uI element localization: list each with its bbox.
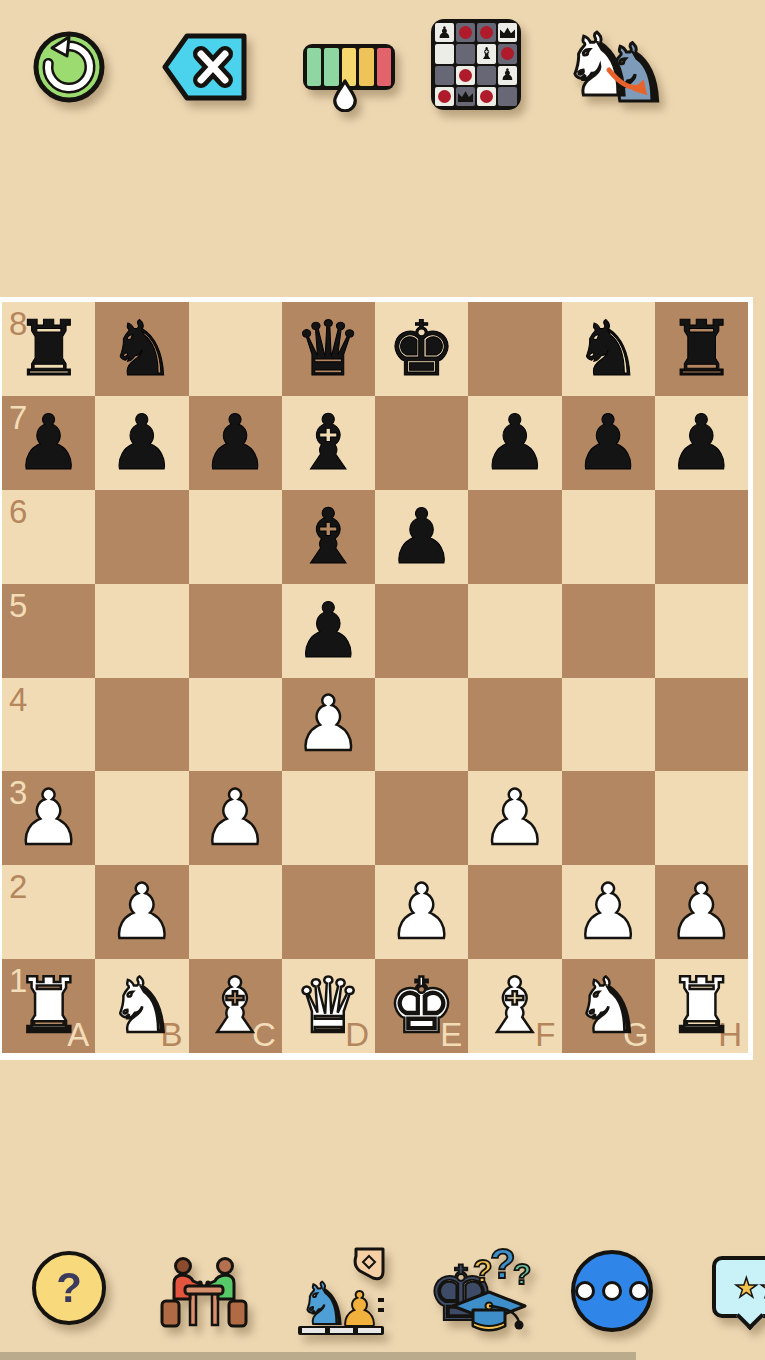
- puzzle-cell-2-3: ♟: [498, 66, 517, 85]
- dot-icon: [629, 1281, 649, 1301]
- question-mark-glyph: ?: [56, 1264, 82, 1312]
- square-b2[interactable]: ♟: [95, 865, 188, 959]
- learn-button[interactable]: ♚ ? ? ?: [427, 1240, 531, 1346]
- red-dot-icon: [480, 26, 493, 39]
- puzzle-cell-2-1: [456, 66, 475, 85]
- piece-black-bishop-d7[interactable]: ♝: [294, 405, 362, 481]
- restart-icon: [33, 31, 105, 103]
- two-player-button[interactable]: [157, 1253, 251, 1333]
- square-h2[interactable]: ♟: [655, 865, 748, 959]
- board-editor-button[interactable]: ♞ ♟: [296, 1246, 386, 1342]
- piece-white-pawn-g2[interactable]: ♟: [574, 874, 642, 950]
- piece-black-pawn-d5[interactable]: ♟: [294, 593, 362, 669]
- red-dot-icon: [438, 90, 451, 103]
- piece-white-pawn-c3[interactable]: ♟: [201, 780, 269, 856]
- piece-black-pawn-h7[interactable]: ♟: [667, 405, 735, 481]
- crown-icon: [458, 91, 473, 102]
- square-b7[interactable]: ♟: [95, 396, 188, 490]
- bishop-glyph-icon: ♝: [479, 46, 493, 62]
- square-g2[interactable]: ♟: [562, 865, 655, 959]
- square-f3[interactable]: ♟: [468, 771, 561, 865]
- puzzle-cell-1-3: [498, 44, 517, 63]
- pawn-glyph-icon: ♟: [500, 67, 514, 83]
- piece-white-pawn-e2[interactable]: ♟: [388, 874, 456, 950]
- red-dot-icon: [459, 26, 472, 39]
- undo-button[interactable]: [162, 33, 248, 105]
- square-b4[interactable]: [95, 678, 188, 772]
- puzzle-cell-0-3: [498, 23, 517, 42]
- square-b1[interactable]: B♞: [95, 959, 188, 1053]
- square-h7[interactable]: ♟: [655, 396, 748, 490]
- square-h8[interactable]: ♜: [655, 302, 748, 396]
- piece-black-king-e8[interactable]: ♚: [388, 311, 456, 387]
- chess-board: 8♜♞♛♚♞♜7♟♟♟♝♟♟♟6♝♟5♟4♟3♟♟♟2♟♟♟♟1A♜B♞C♝D♛…: [2, 302, 748, 1053]
- square-a3[interactable]: 3♟: [2, 771, 95, 865]
- red-dot-icon: [459, 69, 472, 82]
- piece-black-pawn-c7[interactable]: ♟: [201, 405, 269, 481]
- square-b5[interactable]: [95, 584, 188, 678]
- piece-black-bishop-d6[interactable]: ♝: [294, 499, 362, 575]
- rank-label-6: 6: [9, 495, 27, 528]
- square-c6[interactable]: [189, 490, 282, 584]
- meter-bar-5: [377, 48, 391, 86]
- square-g3[interactable]: [562, 771, 655, 865]
- rank-label-5: 5: [9, 589, 27, 622]
- rank-label-4: 4: [9, 683, 27, 716]
- square-f4[interactable]: [468, 678, 561, 772]
- square-d1[interactable]: D♛: [282, 959, 375, 1053]
- square-a7[interactable]: 7♟: [2, 396, 95, 490]
- piece-black-pawn-g7[interactable]: ♟: [574, 405, 642, 481]
- square-g8[interactable]: ♞: [562, 302, 655, 396]
- piece-white-pawn-f3[interactable]: ♟: [481, 780, 549, 856]
- puzzle-cell-3-0: [435, 87, 454, 106]
- square-d5[interactable]: ♟: [282, 584, 375, 678]
- square-e4[interactable]: [375, 678, 468, 772]
- puzzle-cell-1-2: ♝: [477, 44, 496, 63]
- undo-x-icon: [162, 33, 248, 101]
- square-d7[interactable]: ♝: [282, 396, 375, 490]
- square-a5[interactable]: 5: [2, 584, 95, 678]
- square-a4[interactable]: 4: [2, 678, 95, 772]
- svg-text:?: ?: [513, 1257, 531, 1290]
- piece-white-pawn-b2[interactable]: ♟: [108, 874, 176, 950]
- piece-black-knight-g8[interactable]: ♞: [574, 311, 642, 387]
- piece-white-pawn-a3[interactable]: ♟: [15, 780, 83, 856]
- puzzle-cell-0-2: [477, 23, 496, 42]
- piece-black-queen-d8[interactable]: ♛: [294, 311, 362, 387]
- square-c1[interactable]: C♝: [189, 959, 282, 1053]
- crown-icon: [500, 27, 515, 38]
- piece-black-pawn-a7[interactable]: ♟: [15, 405, 83, 481]
- puzzle-board-button[interactable]: ♟♝♟: [431, 19, 521, 110]
- square-e3[interactable]: [375, 771, 468, 865]
- square-a1[interactable]: 1A♜: [2, 959, 95, 1053]
- piece-black-knight-b8[interactable]: ♞: [108, 311, 176, 387]
- svg-text:?: ?: [490, 1240, 516, 1287]
- meter-bar-1: [307, 48, 321, 86]
- square-e5[interactable]: [375, 584, 468, 678]
- square-f2[interactable]: [468, 865, 561, 959]
- piece-black-rook-h8[interactable]: ♜: [667, 311, 735, 387]
- square-c5[interactable]: [189, 584, 282, 678]
- bubble-tail: [736, 1302, 764, 1330]
- water-drop-icon: [331, 78, 359, 112]
- puzzle-cell-3-1: [456, 87, 475, 106]
- square-a8[interactable]: 8♜: [2, 302, 95, 396]
- more-options-button[interactable]: [571, 1250, 653, 1332]
- piece-black-pawn-f7[interactable]: ♟: [481, 405, 549, 481]
- square-d4[interactable]: ♟: [282, 678, 375, 772]
- switch-sides-button[interactable]: ♞ ♞: [563, 22, 675, 118]
- square-b6[interactable]: [95, 490, 188, 584]
- square-h6[interactable]: [655, 490, 748, 584]
- square-g6[interactable]: [562, 490, 655, 584]
- square-e1[interactable]: E♚: [375, 959, 468, 1053]
- restart-button[interactable]: [33, 31, 105, 103]
- help-icon: ?: [32, 1251, 106, 1325]
- square-f8[interactable]: [468, 302, 561, 396]
- puzzle-cell-3-3: [498, 87, 517, 106]
- chess-app-screen: ♟♝♟ ♞ ♞ 8♜♞♛♚♞♜7♟♟♟♝♟♟♟6♝♟5♟4♟3♟♟♟2♟♟♟♟1…: [0, 0, 765, 1360]
- pawn-glyph-icon: ♟: [437, 25, 451, 41]
- square-h4[interactable]: [655, 678, 748, 772]
- puzzle-cell-3-2: [477, 87, 496, 106]
- board-frame: 8♜♞♛♚♞♜7♟♟♟♝♟♟♟6♝♟5♟4♟3♟♟♟2♟♟♟♟1A♜B♞C♝D♛…: [0, 297, 753, 1060]
- piece-white-queen-d1[interactable]: ♛: [294, 968, 362, 1044]
- square-c3[interactable]: ♟: [189, 771, 282, 865]
- square-c2[interactable]: [189, 865, 282, 959]
- square-h3[interactable]: [655, 771, 748, 865]
- piece-white-knight-g1[interactable]: ♞: [574, 968, 642, 1044]
- square-b3[interactable]: [95, 771, 188, 865]
- puzzle-cell-2-0: [435, 66, 454, 85]
- dot-icon: [602, 1281, 622, 1301]
- help-button[interactable]: ?: [32, 1251, 106, 1325]
- difficulty-meter-button[interactable]: [303, 44, 393, 114]
- piece-white-pawn-h2[interactable]: ♟: [667, 874, 735, 950]
- square-g4[interactable]: [562, 678, 655, 772]
- square-f5[interactable]: [468, 584, 561, 678]
- two-player-icon: [157, 1253, 251, 1329]
- square-h1[interactable]: H♜: [655, 959, 748, 1053]
- piece-white-bishop-f1[interactable]: ♝: [481, 968, 549, 1044]
- square-d2[interactable]: [282, 865, 375, 959]
- square-e8[interactable]: ♚: [375, 302, 468, 396]
- rank-label-2: 2: [9, 870, 27, 903]
- piece-black-rook-a8[interactable]: ♜: [15, 311, 83, 387]
- system-bottom-bar: [0, 1352, 636, 1360]
- square-e6[interactable]: ♟: [375, 490, 468, 584]
- meter-bar-4: [359, 48, 373, 86]
- dot-icon: [575, 1281, 595, 1301]
- square-h5[interactable]: [655, 584, 748, 678]
- puzzle-cell-1-1: [456, 44, 475, 63]
- square-e2[interactable]: ♟: [375, 865, 468, 959]
- square-e7[interactable]: [375, 396, 468, 490]
- piece-white-rook-h1[interactable]: ♜: [667, 968, 735, 1044]
- square-d3[interactable]: [282, 771, 375, 865]
- square-f1[interactable]: F♝: [468, 959, 561, 1053]
- square-g5[interactable]: [562, 584, 655, 678]
- board-editor-icon: ♞ ♟: [296, 1246, 386, 1338]
- square-f6[interactable]: [468, 490, 561, 584]
- piece-white-bishop-c1[interactable]: ♝: [201, 968, 269, 1044]
- more-dots-icon: [571, 1250, 653, 1332]
- piece-white-pawn-d4[interactable]: ♟: [294, 686, 362, 762]
- rating-stars: ★★★: [734, 1272, 765, 1303]
- square-f7[interactable]: ♟: [468, 396, 561, 490]
- puzzle-cell-0-0: ♟: [435, 23, 454, 42]
- square-c7[interactable]: ♟: [189, 396, 282, 490]
- piece-white-rook-a1[interactable]: ♜: [15, 968, 83, 1044]
- puzzle-cell-2-2: [477, 66, 496, 85]
- rate-bubble-icon: ★★★: [712, 1256, 765, 1318]
- square-g7[interactable]: ♟: [562, 396, 655, 490]
- piece-black-pawn-e6[interactable]: ♟: [388, 499, 456, 575]
- square-c4[interactable]: [189, 678, 282, 772]
- square-d6[interactable]: ♝: [282, 490, 375, 584]
- square-c8[interactable]: [189, 302, 282, 396]
- square-g1[interactable]: G♞: [562, 959, 655, 1053]
- learn-icon: ♚ ? ? ?: [427, 1240, 531, 1342]
- square-a6[interactable]: 6: [2, 490, 95, 584]
- red-dot-icon: [480, 90, 493, 103]
- piece-white-king-e1[interactable]: ♚: [388, 968, 456, 1044]
- puzzle-cell-1-0: [435, 44, 454, 63]
- square-b8[interactable]: ♞: [95, 302, 188, 396]
- piece-white-knight-b1[interactable]: ♞: [108, 968, 176, 1044]
- red-dot-icon: [501, 47, 514, 60]
- piece-black-pawn-b7[interactable]: ♟: [108, 405, 176, 481]
- square-d8[interactable]: ♛: [282, 302, 375, 396]
- puzzle-cell-0-1: [456, 23, 475, 42]
- swap-arrow-icon: [605, 66, 651, 102]
- rate-app-button[interactable]: ★★★: [712, 1256, 765, 1318]
- square-a2[interactable]: 2: [2, 865, 95, 959]
